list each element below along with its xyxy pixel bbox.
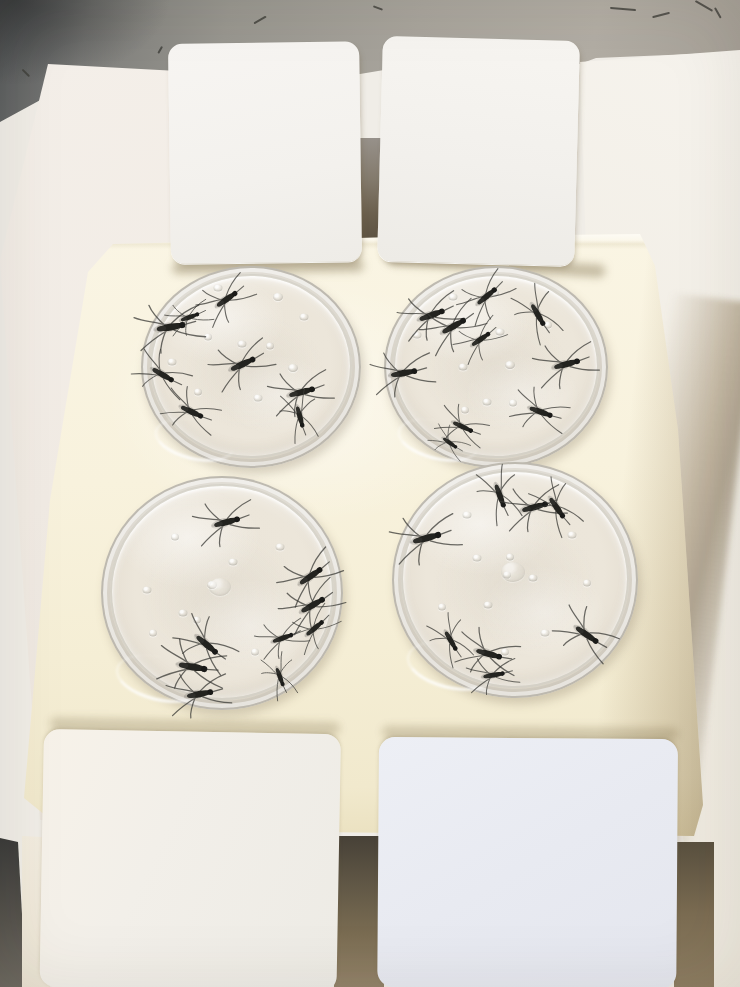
shadow-gap-bottom-right [674,842,714,987]
condensation-droplet [149,630,157,637]
bench-debris-hair [610,7,636,11]
white-card-top-right [377,36,580,266]
condensation-droplet [254,395,263,402]
condensation-droplet [273,293,283,301]
condensation-droplet [209,578,231,596]
condensation-droplet [171,534,179,541]
condensation-droplet [473,555,482,562]
white-card-bottom-right [377,737,678,987]
condensation-droplet [506,554,514,561]
bench-debris-hair [695,0,713,11]
condensation-droplet [529,575,538,582]
condensation-droplet [501,562,525,582]
condensation-droplet [276,544,285,551]
white-card-bottom-left [39,729,340,987]
bench-debris-hair [652,12,670,18]
condensation-droplet [583,580,591,587]
bench-debris-hair [157,46,162,54]
condensation-droplet [483,399,492,406]
bench-debris-hair [373,5,383,10]
scene [0,0,740,987]
bench-debris-hair [22,69,30,77]
condensation-droplet [143,587,152,594]
condensation-droplet [484,602,493,609]
condensation-droplet [463,512,472,519]
condensation-droplet [229,559,238,566]
condensation-droplet [438,604,446,611]
bench-debris-hair [714,7,721,18]
condensation-droplet [505,361,515,369]
white-card-top-left [168,41,362,264]
condensation-droplet [300,314,309,321]
bench-debris-hair [254,16,267,24]
